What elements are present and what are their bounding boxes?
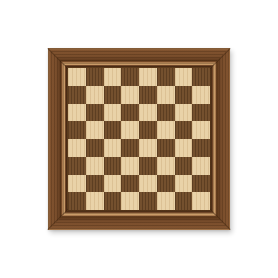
square-g8 [175, 68, 193, 86]
square-b3 [86, 157, 104, 175]
square-b5 [86, 121, 104, 139]
square-e7 [139, 86, 157, 104]
square-g6 [175, 104, 193, 122]
square-b4 [86, 139, 104, 157]
square-e8 [139, 68, 157, 86]
square-b7 [86, 86, 104, 104]
square-b8 [86, 68, 104, 86]
square-f2 [157, 175, 175, 193]
square-c6 [104, 104, 122, 122]
square-d8 [121, 68, 139, 86]
square-c2 [104, 175, 122, 193]
square-a8 [68, 68, 86, 86]
square-h6 [192, 104, 210, 122]
square-h2 [192, 175, 210, 193]
square-f4 [157, 139, 175, 157]
square-h1 [192, 192, 210, 210]
product-photo-background [0, 0, 278, 278]
square-e1 [139, 192, 157, 210]
square-g3 [175, 157, 193, 175]
square-d7 [121, 86, 139, 104]
square-a1 [68, 192, 86, 210]
square-f3 [157, 157, 175, 175]
square-g5 [175, 121, 193, 139]
square-f1 [157, 192, 175, 210]
square-c8 [104, 68, 122, 86]
square-e3 [139, 157, 157, 175]
square-a4 [68, 139, 86, 157]
square-a3 [68, 157, 86, 175]
square-h5 [192, 121, 210, 139]
square-a6 [68, 104, 86, 122]
square-b6 [86, 104, 104, 122]
square-d3 [121, 157, 139, 175]
square-e2 [139, 175, 157, 193]
square-h4 [192, 139, 210, 157]
board-squares [68, 68, 210, 210]
square-h7 [192, 86, 210, 104]
square-e4 [139, 139, 157, 157]
square-c1 [104, 192, 122, 210]
square-d5 [121, 121, 139, 139]
square-e6 [139, 104, 157, 122]
square-c4 [104, 139, 122, 157]
square-h8 [192, 68, 210, 86]
square-b1 [86, 192, 104, 210]
square-g7 [175, 86, 193, 104]
chess-board [48, 48, 230, 230]
square-c3 [104, 157, 122, 175]
square-d2 [121, 175, 139, 193]
square-g4 [175, 139, 193, 157]
square-d4 [121, 139, 139, 157]
square-g2 [175, 175, 193, 193]
square-e5 [139, 121, 157, 139]
square-a5 [68, 121, 86, 139]
square-a7 [68, 86, 86, 104]
square-f5 [157, 121, 175, 139]
square-b2 [86, 175, 104, 193]
square-c5 [104, 121, 122, 139]
square-c7 [104, 86, 122, 104]
square-h3 [192, 157, 210, 175]
square-d1 [121, 192, 139, 210]
square-f7 [157, 86, 175, 104]
square-f6 [157, 104, 175, 122]
square-f8 [157, 68, 175, 86]
square-d6 [121, 104, 139, 122]
square-g1 [175, 192, 193, 210]
square-a2 [68, 175, 86, 193]
